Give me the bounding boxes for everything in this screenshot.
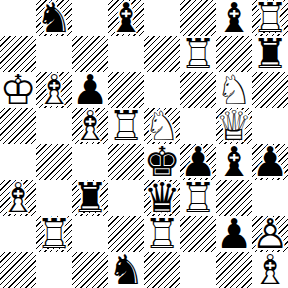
black-queen-icon: ♛ [144, 180, 180, 216]
white-pawn-icon: ♟ [252, 216, 288, 252]
square-a2[interactable] [0, 216, 36, 252]
square-b5[interactable] [36, 108, 72, 144]
square-c2[interactable] [72, 216, 108, 252]
white-knight-outline-icon: ♘ [144, 108, 180, 144]
square-c1[interactable] [72, 252, 108, 288]
square-d4[interactable] [108, 144, 144, 180]
square-a6[interactable]: ♚♔ [0, 72, 36, 108]
black-knight-icon: ♞ [36, 0, 72, 36]
square-b3[interactable] [36, 180, 72, 216]
white-bishop-outline-icon: ♗ [252, 252, 288, 288]
black-knight-icon: ♞ [108, 252, 144, 288]
white-queen-outline-icon: ♕ [216, 108, 252, 144]
square-f6[interactable] [180, 72, 216, 108]
white-rook-icon: ♜ [252, 0, 288, 36]
white-rook-icon: ♜ [180, 180, 216, 216]
black-pawn-icon: ♟ [72, 72, 108, 108]
white-bishop-icon: ♝ [36, 72, 72, 108]
white-rook-icon: ♜ [108, 108, 144, 144]
white-rook-outline-icon: ♖ [252, 0, 288, 36]
square-f7[interactable]: ♜♖ [180, 36, 216, 72]
square-f8[interactable] [180, 0, 216, 36]
square-c7[interactable] [72, 36, 108, 72]
square-e3[interactable]: ♛ [144, 180, 180, 216]
square-a7[interactable] [0, 36, 36, 72]
square-g7[interactable] [216, 36, 252, 72]
black-rook-icon: ♜ [252, 36, 288, 72]
square-g1[interactable] [216, 252, 252, 288]
square-d8[interactable]: ♝ [108, 0, 144, 36]
square-g8[interactable]: ♝ [216, 0, 252, 36]
square-g3[interactable] [216, 180, 252, 216]
square-b2[interactable]: ♜♖ [36, 216, 72, 252]
white-rook-outline-icon: ♖ [108, 108, 144, 144]
black-bishop-icon: ♝ [216, 144, 252, 180]
black-bishop-icon: ♝ [108, 0, 144, 36]
chess-board: ♞♝♝♜♖♜♖♜♚♔♝♗♟♞♘♝♗♜♖♞♘♛♕♚♟♝♟♝♗♜♛♜♖♜♖♜♖♟♟♙… [0, 0, 288, 288]
white-rook-icon: ♜ [144, 216, 180, 252]
square-h8[interactable]: ♜♖ [252, 0, 288, 36]
square-c3[interactable]: ♜ [72, 180, 108, 216]
square-h6[interactable] [252, 72, 288, 108]
square-a5[interactable] [0, 108, 36, 144]
black-pawn-icon: ♟ [180, 144, 216, 180]
white-rook-outline-icon: ♖ [144, 216, 180, 252]
square-f4[interactable]: ♟ [180, 144, 216, 180]
square-e4[interactable]: ♚ [144, 144, 180, 180]
square-a3[interactable]: ♝♗ [0, 180, 36, 216]
white-bishop-icon: ♝ [72, 108, 108, 144]
white-knight-icon: ♞ [144, 108, 180, 144]
white-knight-outline-icon: ♘ [216, 72, 252, 108]
square-e5[interactable]: ♞♘ [144, 108, 180, 144]
square-g4[interactable]: ♝ [216, 144, 252, 180]
white-rook-icon: ♜ [180, 36, 216, 72]
black-pawn-icon: ♟ [216, 216, 252, 252]
square-d3[interactable] [108, 180, 144, 216]
square-g5[interactable]: ♛♕ [216, 108, 252, 144]
square-b4[interactable] [36, 144, 72, 180]
square-e1[interactable] [144, 252, 180, 288]
square-h2[interactable]: ♟♙ [252, 216, 288, 252]
square-e2[interactable]: ♜♖ [144, 216, 180, 252]
white-bishop-outline-icon: ♗ [0, 180, 36, 216]
square-b6[interactable]: ♝♗ [36, 72, 72, 108]
square-c5[interactable]: ♝♗ [72, 108, 108, 144]
white-rook-outline-icon: ♖ [180, 180, 216, 216]
square-b8[interactable]: ♞ [36, 0, 72, 36]
square-h5[interactable] [252, 108, 288, 144]
square-f2[interactable] [180, 216, 216, 252]
black-bishop-icon: ♝ [216, 0, 252, 36]
square-d2[interactable] [108, 216, 144, 252]
square-h1[interactable]: ♝♗ [252, 252, 288, 288]
square-f5[interactable] [180, 108, 216, 144]
white-knight-icon: ♞ [216, 72, 252, 108]
white-pawn-outline-icon: ♙ [252, 216, 288, 252]
square-d7[interactable] [108, 36, 144, 72]
square-a4[interactable] [0, 144, 36, 180]
square-e7[interactable] [144, 36, 180, 72]
white-rook-outline-icon: ♖ [180, 36, 216, 72]
square-f3[interactable]: ♜♖ [180, 180, 216, 216]
square-f1[interactable] [180, 252, 216, 288]
black-rook-icon: ♜ [72, 180, 108, 216]
square-e8[interactable] [144, 0, 180, 36]
square-g6[interactable]: ♞♘ [216, 72, 252, 108]
chess-diagram: ♞♝♝♜♖♜♖♜♚♔♝♗♟♞♘♝♗♜♖♞♘♛♕♚♟♝♟♝♗♜♛♜♖♜♖♜♖♟♟♙… [0, 0, 288, 288]
square-g2[interactable]: ♟ [216, 216, 252, 252]
square-c8[interactable] [72, 0, 108, 36]
square-b1[interactable] [36, 252, 72, 288]
white-rook-icon: ♜ [36, 216, 72, 252]
square-b7[interactable] [36, 36, 72, 72]
white-bishop-icon: ♝ [0, 180, 36, 216]
square-c4[interactable] [72, 144, 108, 180]
white-bishop-icon: ♝ [252, 252, 288, 288]
square-a1[interactable] [0, 252, 36, 288]
black-pawn-icon: ♟ [252, 144, 288, 180]
white-rook-outline-icon: ♖ [36, 216, 72, 252]
square-h7[interactable]: ♜ [252, 36, 288, 72]
white-queen-icon: ♛ [216, 108, 252, 144]
square-e6[interactable] [144, 72, 180, 108]
white-bishop-outline-icon: ♗ [72, 108, 108, 144]
square-h3[interactable] [252, 180, 288, 216]
square-d6[interactable] [108, 72, 144, 108]
white-king-icon: ♚ [0, 72, 36, 108]
square-c6[interactable]: ♟ [72, 72, 108, 108]
white-king-outline-icon: ♔ [0, 72, 36, 108]
square-a8[interactable] [0, 0, 36, 36]
black-king-icon: ♚ [144, 144, 180, 180]
square-h4[interactable]: ♟ [252, 144, 288, 180]
square-d5[interactable]: ♜♖ [108, 108, 144, 144]
white-bishop-outline-icon: ♗ [36, 72, 72, 108]
square-d1[interactable]: ♞ [108, 252, 144, 288]
